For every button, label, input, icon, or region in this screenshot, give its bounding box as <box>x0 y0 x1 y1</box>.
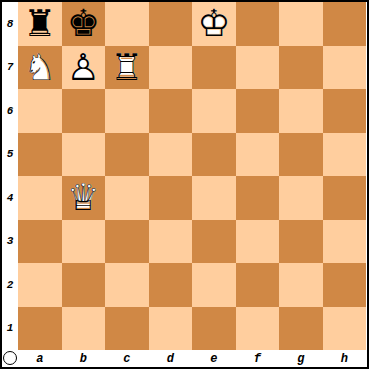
rank-label-2: 2 <box>2 263 18 307</box>
square-e8[interactable]: ♚♔ <box>192 2 236 46</box>
square-g7[interactable] <box>279 46 323 90</box>
square-b2[interactable] <box>62 263 106 307</box>
square-g3[interactable] <box>279 220 323 264</box>
square-c7[interactable]: ♜♖ <box>105 46 149 90</box>
piece-white-king[interactable]: ♔ <box>192 2 236 46</box>
square-f5[interactable] <box>236 133 280 177</box>
square-h8[interactable] <box>323 2 367 46</box>
square-b3[interactable] <box>62 220 106 264</box>
file-label-b: b <box>62 350 106 367</box>
square-f8[interactable] <box>236 2 280 46</box>
piece-black-king[interactable]: ♚ <box>62 2 106 46</box>
file-label-e: e <box>192 350 236 367</box>
square-g8[interactable] <box>279 2 323 46</box>
square-h4[interactable] <box>323 176 367 220</box>
square-c6[interactable] <box>105 89 149 133</box>
square-g1[interactable] <box>279 307 323 351</box>
square-c1[interactable] <box>105 307 149 351</box>
square-a2[interactable] <box>18 263 62 307</box>
square-f2[interactable] <box>236 263 280 307</box>
piece-white-queen[interactable]: ♕ <box>62 176 106 220</box>
square-d2[interactable] <box>149 263 193 307</box>
square-f3[interactable] <box>236 220 280 264</box>
square-b5[interactable] <box>62 133 106 177</box>
square-h1[interactable] <box>323 307 367 351</box>
square-f1[interactable] <box>236 307 280 351</box>
rank-label-3: 3 <box>2 220 18 264</box>
square-d4[interactable] <box>149 176 193 220</box>
square-h5[interactable] <box>323 133 367 177</box>
square-d3[interactable] <box>149 220 193 264</box>
chess-diagram: 87654321 ♜♚♚♔♞♘♟♙♜♖♛♕ abcdefgh <box>0 0 369 369</box>
file-label-a: a <box>18 350 62 367</box>
square-d6[interactable] <box>149 89 193 133</box>
square-h2[interactable] <box>323 263 367 307</box>
square-a3[interactable] <box>18 220 62 264</box>
square-d8[interactable] <box>149 2 193 46</box>
square-b8[interactable]: ♚ <box>62 2 106 46</box>
square-a7[interactable]: ♞♘ <box>18 46 62 90</box>
file-label-c: c <box>105 350 149 367</box>
file-label-d: d <box>149 350 193 367</box>
square-h3[interactable] <box>323 220 367 264</box>
square-a1[interactable] <box>18 307 62 351</box>
square-d1[interactable] <box>149 307 193 351</box>
square-e1[interactable] <box>192 307 236 351</box>
square-b4[interactable]: ♛♕ <box>62 176 106 220</box>
square-g4[interactable] <box>279 176 323 220</box>
square-c5[interactable] <box>105 133 149 177</box>
square-e6[interactable] <box>192 89 236 133</box>
square-g6[interactable] <box>279 89 323 133</box>
file-label-g: g <box>279 350 323 367</box>
square-e3[interactable] <box>192 220 236 264</box>
square-c4[interactable] <box>105 176 149 220</box>
square-f6[interactable] <box>236 89 280 133</box>
square-c3[interactable] <box>105 220 149 264</box>
square-d5[interactable] <box>149 133 193 177</box>
side-to-move-indicator <box>3 351 17 365</box>
square-a6[interactable] <box>18 89 62 133</box>
rank-labels: 87654321 <box>2 2 18 350</box>
square-h6[interactable] <box>323 89 367 133</box>
square-b6[interactable] <box>62 89 106 133</box>
file-label-f: f <box>236 350 280 367</box>
square-c2[interactable] <box>105 263 149 307</box>
square-b7[interactable]: ♟♙ <box>62 46 106 90</box>
rank-label-5: 5 <box>2 133 18 177</box>
square-g2[interactable] <box>279 263 323 307</box>
rank-label-1: 1 <box>2 307 18 351</box>
piece-white-knight[interactable]: ♘ <box>18 46 62 90</box>
square-b1[interactable] <box>62 307 106 351</box>
square-c8[interactable] <box>105 2 149 46</box>
chess-board: ♜♚♚♔♞♘♟♙♜♖♛♕ <box>18 2 366 350</box>
square-a8[interactable]: ♜ <box>18 2 62 46</box>
piece-black-rook[interactable]: ♜ <box>18 2 62 46</box>
square-h7[interactable] <box>323 46 367 90</box>
square-e5[interactable] <box>192 133 236 177</box>
square-a5[interactable] <box>18 133 62 177</box>
rank-label-7: 7 <box>2 46 18 90</box>
piece-white-pawn[interactable]: ♙ <box>62 46 106 90</box>
square-f4[interactable] <box>236 176 280 220</box>
rank-label-4: 4 <box>2 176 18 220</box>
file-labels: abcdefgh <box>18 350 366 367</box>
square-a4[interactable] <box>18 176 62 220</box>
square-e7[interactable] <box>192 46 236 90</box>
piece-white-rook[interactable]: ♖ <box>105 46 149 90</box>
rank-label-8: 8 <box>2 2 18 46</box>
square-f7[interactable] <box>236 46 280 90</box>
rank-label-6: 6 <box>2 89 18 133</box>
square-e2[interactable] <box>192 263 236 307</box>
file-label-h: h <box>323 350 367 367</box>
square-d7[interactable] <box>149 46 193 90</box>
square-g5[interactable] <box>279 133 323 177</box>
square-e4[interactable] <box>192 176 236 220</box>
